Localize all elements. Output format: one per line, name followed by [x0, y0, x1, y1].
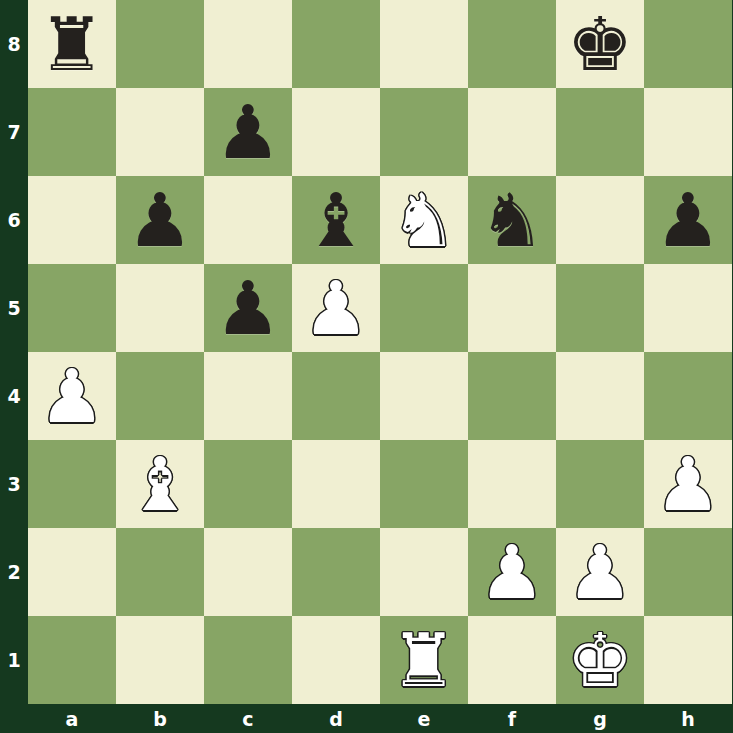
- piece-black-pawn[interactable]: ♟: [215, 88, 281, 176]
- square-a4[interactable]: ♟: [28, 352, 116, 440]
- file-labels: abcdefgh: [28, 704, 732, 733]
- square-f2[interactable]: ♟: [468, 528, 556, 616]
- file-label-h: h: [644, 704, 732, 733]
- square-e4[interactable]: [380, 352, 468, 440]
- rank-label-6: 6: [0, 176, 28, 264]
- rank-label-7: 7: [0, 88, 28, 176]
- square-b6[interactable]: ♟: [116, 176, 204, 264]
- square-h4[interactable]: [644, 352, 732, 440]
- file-label-c: c: [204, 704, 292, 733]
- square-h7[interactable]: [644, 88, 732, 176]
- square-c1[interactable]: [204, 616, 292, 704]
- square-h5[interactable]: [644, 264, 732, 352]
- square-e6[interactable]: ♞: [380, 176, 468, 264]
- chess-board[interactable]: ♜♚♟♟♝♞♞♟♟♟♟♝♟♟♟♜♚: [28, 0, 732, 704]
- piece-white-rook[interactable]: ♜: [391, 616, 457, 704]
- square-g7[interactable]: [556, 88, 644, 176]
- square-e5[interactable]: [380, 264, 468, 352]
- file-label-e: e: [380, 704, 468, 733]
- piece-black-king[interactable]: ♚: [567, 0, 633, 88]
- square-h6[interactable]: ♟: [644, 176, 732, 264]
- square-b4[interactable]: [116, 352, 204, 440]
- square-f4[interactable]: [468, 352, 556, 440]
- square-d3[interactable]: [292, 440, 380, 528]
- chess-board-frame: 87654321 ♜♚♟♟♝♞♞♟♟♟♟♝♟♟♟♜♚ abcdefgh: [0, 0, 733, 733]
- file-label-a: a: [28, 704, 116, 733]
- square-c6[interactable]: [204, 176, 292, 264]
- square-c8[interactable]: [204, 0, 292, 88]
- square-b3[interactable]: ♝: [116, 440, 204, 528]
- square-d5[interactable]: ♟: [292, 264, 380, 352]
- piece-white-pawn[interactable]: ♟: [479, 528, 545, 616]
- file-label-d: d: [292, 704, 380, 733]
- rank-label-8: 8: [0, 0, 28, 88]
- square-d2[interactable]: [292, 528, 380, 616]
- rank-label-4: 4: [0, 352, 28, 440]
- square-a5[interactable]: [28, 264, 116, 352]
- file-label-g: g: [556, 704, 644, 733]
- rank-label-2: 2: [0, 528, 28, 616]
- file-label-b: b: [116, 704, 204, 733]
- square-e1[interactable]: ♜: [380, 616, 468, 704]
- square-d6[interactable]: ♝: [292, 176, 380, 264]
- file-label-f: f: [468, 704, 556, 733]
- square-c4[interactable]: [204, 352, 292, 440]
- square-h1[interactable]: [644, 616, 732, 704]
- square-h2[interactable]: [644, 528, 732, 616]
- square-b8[interactable]: [116, 0, 204, 88]
- square-h3[interactable]: ♟: [644, 440, 732, 528]
- square-a7[interactable]: [28, 88, 116, 176]
- piece-black-pawn[interactable]: ♟: [127, 176, 193, 264]
- square-f1[interactable]: [468, 616, 556, 704]
- square-d1[interactable]: [292, 616, 380, 704]
- piece-white-knight[interactable]: ♞: [391, 176, 457, 264]
- piece-white-pawn[interactable]: ♟: [303, 264, 369, 352]
- square-c3[interactable]: [204, 440, 292, 528]
- square-a3[interactable]: [28, 440, 116, 528]
- square-g3[interactable]: [556, 440, 644, 528]
- square-b7[interactable]: [116, 88, 204, 176]
- rank-label-5: 5: [0, 264, 28, 352]
- square-a8[interactable]: ♜: [28, 0, 116, 88]
- piece-white-pawn[interactable]: ♟: [567, 528, 633, 616]
- square-b1[interactable]: [116, 616, 204, 704]
- square-a1[interactable]: [28, 616, 116, 704]
- square-a6[interactable]: [28, 176, 116, 264]
- square-b5[interactable]: [116, 264, 204, 352]
- square-f8[interactable]: [468, 0, 556, 88]
- piece-black-rook[interactable]: ♜: [39, 0, 105, 88]
- square-e8[interactable]: [380, 0, 468, 88]
- square-a2[interactable]: [28, 528, 116, 616]
- rank-label-1: 1: [0, 616, 28, 704]
- square-g5[interactable]: [556, 264, 644, 352]
- square-d8[interactable]: [292, 0, 380, 88]
- square-f5[interactable]: [468, 264, 556, 352]
- square-h8[interactable]: [644, 0, 732, 88]
- square-d7[interactable]: [292, 88, 380, 176]
- rank-labels: 87654321: [0, 0, 28, 704]
- piece-white-bishop[interactable]: ♝: [127, 440, 193, 528]
- piece-white-pawn[interactable]: ♟: [655, 440, 721, 528]
- square-b2[interactable]: [116, 528, 204, 616]
- piece-white-king[interactable]: ♚: [567, 616, 633, 704]
- square-g4[interactable]: [556, 352, 644, 440]
- square-f3[interactable]: [468, 440, 556, 528]
- square-c7[interactable]: ♟: [204, 88, 292, 176]
- square-e3[interactable]: [380, 440, 468, 528]
- piece-black-bishop[interactable]: ♝: [303, 176, 369, 264]
- square-f7[interactable]: [468, 88, 556, 176]
- piece-black-pawn[interactable]: ♟: [655, 176, 721, 264]
- square-g6[interactable]: [556, 176, 644, 264]
- square-c5[interactable]: ♟: [204, 264, 292, 352]
- piece-white-pawn[interactable]: ♟: [39, 352, 105, 440]
- square-g2[interactable]: ♟: [556, 528, 644, 616]
- piece-black-pawn[interactable]: ♟: [215, 264, 281, 352]
- rank-label-3: 3: [0, 440, 28, 528]
- piece-black-knight[interactable]: ♞: [479, 176, 545, 264]
- square-d4[interactable]: [292, 352, 380, 440]
- square-g8[interactable]: ♚: [556, 0, 644, 88]
- square-e7[interactable]: [380, 88, 468, 176]
- square-f6[interactable]: ♞: [468, 176, 556, 264]
- square-g1[interactable]: ♚: [556, 616, 644, 704]
- square-e2[interactable]: [380, 528, 468, 616]
- square-c2[interactable]: [204, 528, 292, 616]
